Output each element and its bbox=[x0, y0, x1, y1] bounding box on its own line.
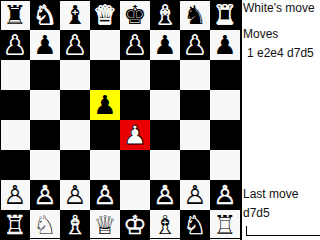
square-h1[interactable]: ♖ bbox=[210, 210, 240, 240]
square-d3[interactable] bbox=[90, 150, 120, 180]
piece-black-pawn: ♟ bbox=[93, 90, 116, 120]
square-c7[interactable]: ♟ bbox=[60, 30, 90, 60]
square-h8[interactable]: ♜ bbox=[210, 0, 240, 30]
square-c8[interactable]: ♝ bbox=[60, 0, 90, 30]
piece-white-pawn: ♙ bbox=[33, 180, 56, 210]
square-f8[interactable]: ♝ bbox=[150, 0, 180, 30]
piece-white-pawn: ♙ bbox=[183, 180, 206, 210]
square-c5[interactable] bbox=[60, 90, 90, 120]
square-h4[interactable] bbox=[210, 120, 240, 150]
square-f4[interactable] bbox=[150, 120, 180, 150]
square-e8[interactable]: ♚ bbox=[120, 0, 150, 30]
piece-white-rook: ♖ bbox=[3, 210, 26, 240]
square-d2[interactable]: ♙ bbox=[90, 180, 120, 210]
square-f1[interactable]: ♗ bbox=[150, 210, 180, 240]
square-e7[interactable]: ♟ bbox=[120, 30, 150, 60]
piece-white-pawn: ♙ bbox=[93, 180, 116, 210]
square-a2[interactable]: ♙ bbox=[0, 180, 30, 210]
square-a7[interactable]: ♟ bbox=[0, 30, 30, 60]
square-c1[interactable]: ♗ bbox=[60, 210, 90, 240]
square-a5[interactable] bbox=[0, 90, 30, 120]
square-d5[interactable]: ♟ bbox=[90, 90, 120, 120]
piece-black-rook: ♜ bbox=[213, 0, 236, 30]
piece-black-queen: ♛ bbox=[93, 0, 116, 30]
square-e1[interactable]: ♔ bbox=[120, 210, 150, 240]
square-c4[interactable] bbox=[60, 120, 90, 150]
square-b6[interactable] bbox=[30, 60, 60, 90]
square-b1[interactable]: ♘ bbox=[30, 210, 60, 240]
piece-white-king: ♔ bbox=[123, 210, 146, 240]
piece-white-pawn: ♙ bbox=[153, 180, 176, 210]
square-d8[interactable]: ♛ bbox=[90, 0, 120, 30]
square-e6[interactable] bbox=[120, 60, 150, 90]
info-panel: White's move Moves 1 e2e4 d7d5 Last move… bbox=[242, 0, 320, 240]
square-b2[interactable]: ♙ bbox=[30, 180, 60, 210]
square-b5[interactable] bbox=[30, 90, 60, 120]
square-a1[interactable]: ♖ bbox=[0, 210, 30, 240]
moves-list-label: Moves bbox=[243, 28, 278, 41]
square-b3[interactable] bbox=[30, 150, 60, 180]
piece-black-bishop: ♝ bbox=[63, 0, 86, 30]
square-g6[interactable] bbox=[180, 60, 210, 90]
square-f6[interactable] bbox=[150, 60, 180, 90]
piece-black-rook: ♜ bbox=[3, 0, 26, 30]
move-row: 1 e2e4 d7d5 bbox=[247, 47, 314, 60]
piece-black-knight: ♞ bbox=[183, 0, 206, 30]
square-f3[interactable] bbox=[150, 150, 180, 180]
square-d4[interactable] bbox=[90, 120, 120, 150]
piece-white-pawn: ♙ bbox=[63, 180, 86, 210]
piece-white-knight: ♘ bbox=[33, 210, 56, 240]
piece-black-pawn: ♟ bbox=[3, 30, 26, 60]
square-c6[interactable] bbox=[60, 60, 90, 90]
square-h5[interactable] bbox=[210, 90, 240, 120]
square-c3[interactable] bbox=[60, 150, 90, 180]
turn-status-text: White's move bbox=[243, 2, 315, 15]
square-b7[interactable]: ♟ bbox=[30, 30, 60, 60]
square-e5[interactable] bbox=[120, 90, 150, 120]
square-f5[interactable] bbox=[150, 90, 180, 120]
piece-black-pawn: ♟ bbox=[123, 30, 146, 60]
piece-black-bishop: ♝ bbox=[153, 0, 176, 30]
piece-black-pawn: ♟ bbox=[213, 30, 236, 60]
square-a6[interactable] bbox=[0, 60, 30, 90]
piece-black-knight: ♞ bbox=[33, 0, 56, 30]
square-e2[interactable] bbox=[120, 180, 150, 210]
square-b4[interactable] bbox=[30, 120, 60, 150]
square-e3[interactable] bbox=[120, 150, 150, 180]
piece-white-pawn: ♙ bbox=[3, 180, 26, 210]
piece-white-knight: ♘ bbox=[183, 210, 206, 240]
piece-white-pawn: ♟ bbox=[123, 120, 146, 150]
square-g5[interactable] bbox=[180, 90, 210, 120]
piece-white-rook: ♖ bbox=[213, 210, 236, 240]
window-left-border bbox=[0, 0, 1, 240]
square-h3[interactable] bbox=[210, 150, 240, 180]
square-f7[interactable]: ♟ bbox=[150, 30, 180, 60]
square-h2[interactable]: ♙ bbox=[210, 180, 240, 210]
square-g2[interactable]: ♙ bbox=[180, 180, 210, 210]
chess-app-window: ♜♞♝♛♚♝♞♜♟♟♟♟♟♟♟♟♟♙♙♙♙♙♙♙♖♘♗♕♔♗♘♖ White's… bbox=[0, 0, 320, 240]
square-g1[interactable]: ♘ bbox=[180, 210, 210, 240]
square-g3[interactable] bbox=[180, 150, 210, 180]
square-g8[interactable]: ♞ bbox=[180, 0, 210, 30]
piece-black-pawn: ♟ bbox=[153, 30, 176, 60]
square-e4[interactable]: ♟ bbox=[120, 120, 150, 150]
piece-black-pawn: ♟ bbox=[33, 30, 56, 60]
square-c2[interactable]: ♙ bbox=[60, 180, 90, 210]
square-a4[interactable] bbox=[0, 120, 30, 150]
piece-black-pawn: ♟ bbox=[63, 30, 86, 60]
piece-white-bishop: ♗ bbox=[63, 210, 86, 240]
square-d1[interactable]: ♕ bbox=[90, 210, 120, 240]
square-a8[interactable]: ♜ bbox=[0, 0, 30, 30]
square-a3[interactable] bbox=[0, 150, 30, 180]
move-input-box[interactable] bbox=[246, 226, 320, 236]
square-b8[interactable]: ♞ bbox=[30, 0, 60, 30]
moves-list: 1 e2e4 d7d5 bbox=[247, 47, 314, 60]
piece-black-pawn: ♟ bbox=[183, 30, 206, 60]
square-h7[interactable]: ♟ bbox=[210, 30, 240, 60]
piece-white-bishop: ♗ bbox=[153, 210, 176, 240]
piece-black-king: ♚ bbox=[123, 0, 146, 30]
chess-board: ♜♞♝♛♚♝♞♜♟♟♟♟♟♟♟♟♟♙♙♙♙♙♙♙♖♘♗♕♔♗♘♖ bbox=[0, 0, 240, 240]
last-move-label: Last move bbox=[243, 188, 298, 201]
board-bottom-border bbox=[0, 238, 240, 239]
square-g7[interactable]: ♟ bbox=[180, 30, 210, 60]
square-d6[interactable] bbox=[90, 60, 120, 90]
board-top-border bbox=[0, 0, 240, 1]
square-d7[interactable] bbox=[90, 30, 120, 60]
last-move-value: d7d5 bbox=[243, 207, 270, 220]
piece-white-pawn: ♙ bbox=[213, 180, 236, 210]
square-h6[interactable] bbox=[210, 60, 240, 90]
square-g4[interactable] bbox=[180, 120, 210, 150]
piece-white-queen: ♕ bbox=[93, 210, 116, 240]
square-f2[interactable]: ♙ bbox=[150, 180, 180, 210]
